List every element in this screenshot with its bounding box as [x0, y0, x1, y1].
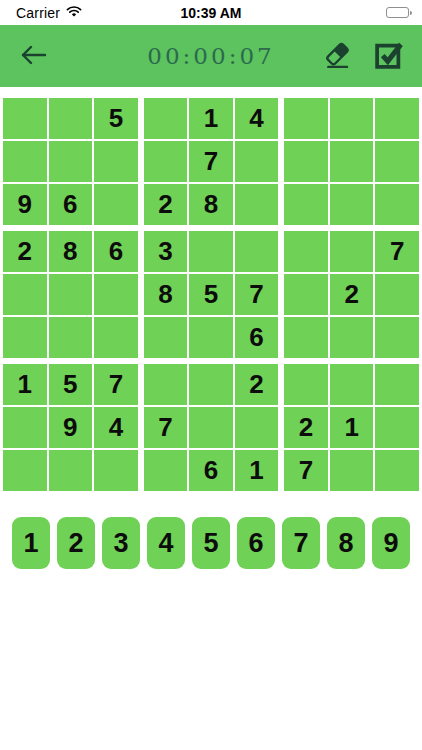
- cell-r8c7[interactable]: 2: [284, 407, 328, 448]
- cell-r6c6[interactable]: 6: [235, 317, 279, 358]
- numpad-button-4[interactable]: 4: [147, 517, 185, 569]
- box-2-1: 286: [3, 231, 138, 358]
- cell-r4c1[interactable]: 2: [3, 231, 47, 272]
- cell-r4c5[interactable]: [189, 231, 233, 272]
- box-3-3: 217: [284, 364, 419, 491]
- box-3-2: 2761: [144, 364, 279, 491]
- cell-r1c2[interactable]: [49, 98, 93, 139]
- cell-r2c7[interactable]: [284, 141, 328, 182]
- back-arrow-icon: [18, 42, 48, 71]
- cell-r9c1[interactable]: [3, 450, 47, 491]
- numpad-button-7[interactable]: 7: [282, 517, 320, 569]
- cell-r8c3[interactable]: 4: [94, 407, 138, 448]
- cell-r7c2[interactable]: 5: [49, 364, 93, 405]
- nav-bar: 00:00:07: [0, 25, 422, 87]
- battery-icon: [386, 7, 412, 18]
- sudoku-board: 596147282863857672157942761217: [3, 98, 419, 491]
- cell-r5c4[interactable]: 8: [144, 274, 188, 315]
- cell-r4c2[interactable]: 8: [49, 231, 93, 272]
- box-1-1: 596: [3, 98, 138, 225]
- cell-r1c1[interactable]: [3, 98, 47, 139]
- cell-r9c3[interactable]: [94, 450, 138, 491]
- cell-r7c6[interactable]: 2: [235, 364, 279, 405]
- cell-r1c6[interactable]: 4: [235, 98, 279, 139]
- cell-r9c4[interactable]: [144, 450, 188, 491]
- cell-r9c5[interactable]: 6: [189, 450, 233, 491]
- cell-r5c6[interactable]: 7: [235, 274, 279, 315]
- back-button[interactable]: [14, 38, 52, 75]
- cell-r6c8[interactable]: [330, 317, 374, 358]
- numpad-button-3[interactable]: 3: [102, 517, 140, 569]
- eraser-icon: [322, 40, 352, 73]
- cell-r4c8[interactable]: [330, 231, 374, 272]
- cell-r6c3[interactable]: [94, 317, 138, 358]
- cell-r3c1[interactable]: 9: [3, 184, 47, 225]
- numpad-button-8[interactable]: 8: [327, 517, 365, 569]
- cell-r5c5[interactable]: 5: [189, 274, 233, 315]
- cell-r3c4[interactable]: 2: [144, 184, 188, 225]
- cell-r7c8[interactable]: [330, 364, 374, 405]
- cell-r1c4[interactable]: [144, 98, 188, 139]
- cell-r1c9[interactable]: [375, 98, 419, 139]
- numpad-button-9[interactable]: 9: [372, 517, 410, 569]
- cell-r1c3[interactable]: 5: [94, 98, 138, 139]
- box-2-3: 72: [284, 231, 419, 358]
- cell-r4c9[interactable]: 7: [375, 231, 419, 272]
- cell-r8c4[interactable]: 7: [144, 407, 188, 448]
- cell-r2c5[interactable]: 7: [189, 141, 233, 182]
- status-bar: Carrier 10:39 AM: [0, 0, 422, 25]
- cell-r8c6[interactable]: [235, 407, 279, 448]
- cell-r2c1[interactable]: [3, 141, 47, 182]
- cell-r3c3[interactable]: [94, 184, 138, 225]
- cell-r6c2[interactable]: [49, 317, 93, 358]
- cell-r6c4[interactable]: [144, 317, 188, 358]
- cell-r2c2[interactable]: [49, 141, 93, 182]
- cell-r1c8[interactable]: [330, 98, 374, 139]
- nav-actions: [318, 36, 408, 77]
- cell-r3c9[interactable]: [375, 184, 419, 225]
- app-screen: Carrier 10:39 AM 00:00:0: [0, 0, 422, 750]
- cell-r5c2[interactable]: [49, 274, 93, 315]
- cell-r1c7[interactable]: [284, 98, 328, 139]
- cell-r8c1[interactable]: [3, 407, 47, 448]
- cell-r6c5[interactable]: [189, 317, 233, 358]
- cell-r7c4[interactable]: [144, 364, 188, 405]
- cell-r5c8[interactable]: 2: [330, 274, 374, 315]
- cell-r4c4[interactable]: 3: [144, 231, 188, 272]
- cell-r7c1[interactable]: 1: [3, 364, 47, 405]
- cell-r6c1[interactable]: [3, 317, 47, 358]
- cell-r2c4[interactable]: [144, 141, 188, 182]
- cell-r3c7[interactable]: [284, 184, 328, 225]
- cell-r7c7[interactable]: [284, 364, 328, 405]
- clock-time: 10:39 AM: [0, 5, 422, 21]
- cell-r2c8[interactable]: [330, 141, 374, 182]
- cell-r3c2[interactable]: 6: [49, 184, 93, 225]
- cell-r3c5[interactable]: 8: [189, 184, 233, 225]
- cell-r2c6[interactable]: [235, 141, 279, 182]
- check-answers-button[interactable]: [370, 36, 408, 77]
- cell-r8c2[interactable]: 9: [49, 407, 93, 448]
- cell-r9c2[interactable]: [49, 450, 93, 491]
- cell-r5c1[interactable]: [3, 274, 47, 315]
- check-square-icon: [374, 40, 404, 73]
- cell-r8c8[interactable]: 1: [330, 407, 374, 448]
- cell-r9c6[interactable]: 1: [235, 450, 279, 491]
- number-pad: 1 2 3 4 5 6 7 8 9: [0, 517, 422, 569]
- cell-r4c7[interactable]: [284, 231, 328, 272]
- cell-r3c6[interactable]: [235, 184, 279, 225]
- numpad-button-2[interactable]: 2: [57, 517, 95, 569]
- cell-r3c8[interactable]: [330, 184, 374, 225]
- cell-r7c9[interactable]: [375, 364, 419, 405]
- numpad-button-5[interactable]: 5: [192, 517, 230, 569]
- cell-r6c7[interactable]: [284, 317, 328, 358]
- cell-r1c5[interactable]: 1: [189, 98, 233, 139]
- eraser-button[interactable]: [318, 36, 356, 77]
- cell-r2c9[interactable]: [375, 141, 419, 182]
- box-1-2: 14728: [144, 98, 279, 225]
- cell-r7c3[interactable]: 7: [94, 364, 138, 405]
- cell-r5c7[interactable]: [284, 274, 328, 315]
- cell-r2c3[interactable]: [94, 141, 138, 182]
- cell-r9c7[interactable]: 7: [284, 450, 328, 491]
- cell-r8c9[interactable]: [375, 407, 419, 448]
- cell-r9c9[interactable]: [375, 450, 419, 491]
- cell-r5c3[interactable]: [94, 274, 138, 315]
- box-3-1: 15794: [3, 364, 138, 491]
- cell-r5c9[interactable]: [375, 274, 419, 315]
- numpad-button-1[interactable]: 1: [12, 517, 50, 569]
- box-1-3: [284, 98, 419, 225]
- cell-r4c3[interactable]: 6: [94, 231, 138, 272]
- cell-r4c6[interactable]: [235, 231, 279, 272]
- cell-r7c5[interactable]: [189, 364, 233, 405]
- box-2-2: 38576: [144, 231, 279, 358]
- cell-r6c9[interactable]: [375, 317, 419, 358]
- cell-r8c5[interactable]: [189, 407, 233, 448]
- cell-r9c8[interactable]: [330, 450, 374, 491]
- numpad-button-6[interactable]: 6: [237, 517, 275, 569]
